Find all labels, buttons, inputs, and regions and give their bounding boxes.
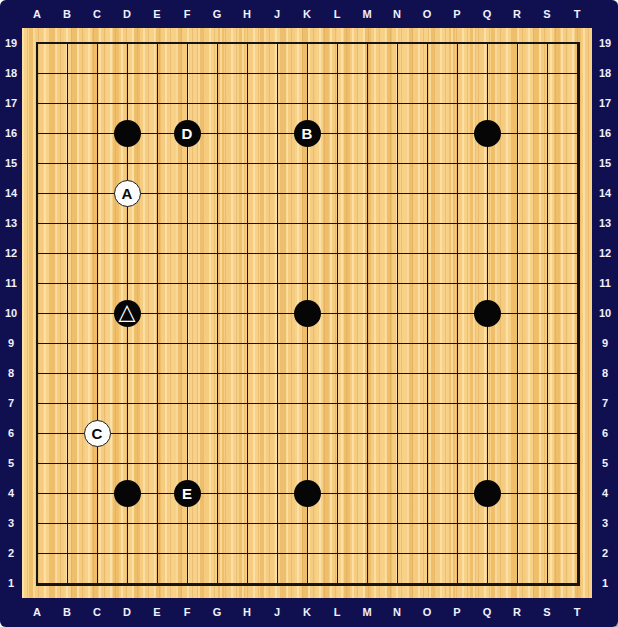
- coord-label-left-10: 10: [5, 308, 17, 319]
- coord-label-left-14: 14: [5, 188, 17, 199]
- stone-white-C6: C: [84, 420, 111, 447]
- coord-label-right-14: 14: [599, 188, 611, 199]
- coord-label-left-6: 6: [8, 428, 14, 439]
- triangle-marker-icon: △: [119, 301, 136, 323]
- coord-label-right-7: 7: [602, 398, 608, 409]
- coord-label-left-3: 3: [8, 518, 14, 529]
- coord-label-bottom-P: P: [453, 607, 460, 618]
- coord-label-top-K: K: [303, 9, 311, 20]
- go-diagram: ABCDEFGHJKLMNOPQRST ABCDEFGHJKLMNOPQRST …: [0, 0, 618, 627]
- coord-label-top-F: F: [184, 9, 191, 20]
- coord-label-left-2: 2: [8, 548, 14, 559]
- coord-label-top-T: T: [574, 9, 581, 20]
- coord-label-top-R: R: [513, 9, 521, 20]
- coord-label-top-Q: Q: [483, 9, 492, 20]
- coord-label-left-16: 16: [5, 128, 17, 139]
- coords-right: 19181716151413121110987654321: [592, 28, 618, 598]
- stone-label-D: D: [182, 125, 193, 141]
- coord-label-bottom-E: E: [153, 607, 160, 618]
- coord-label-top-E: E: [153, 9, 160, 20]
- coord-label-bottom-R: R: [513, 607, 521, 618]
- coord-label-top-C: C: [93, 9, 101, 20]
- stone-label-B: B: [302, 125, 313, 141]
- coord-label-top-O: O: [423, 9, 432, 20]
- coord-label-left-11: 11: [5, 278, 17, 289]
- coord-label-left-5: 5: [8, 458, 14, 469]
- coord-label-top-P: P: [453, 9, 460, 20]
- coord-label-left-18: 18: [5, 68, 17, 79]
- stone-label-E: E: [182, 485, 192, 501]
- stone-black-Q16: [474, 120, 501, 147]
- stone-black-D4: [114, 480, 141, 507]
- coord-label-bottom-K: K: [303, 607, 311, 618]
- coord-label-right-9: 9: [602, 338, 608, 349]
- stone-black-K4: [294, 480, 321, 507]
- coord-label-bottom-F: F: [184, 607, 191, 618]
- coord-label-right-10: 10: [599, 308, 611, 319]
- stone-black-K10: [294, 300, 321, 327]
- coords-left: 19181716151413121110987654321: [0, 28, 22, 598]
- coord-label-right-19: 19: [599, 38, 611, 49]
- coord-label-right-13: 13: [599, 218, 611, 229]
- coord-label-bottom-D: D: [123, 607, 131, 618]
- coord-label-bottom-S: S: [543, 607, 550, 618]
- coord-label-right-4: 4: [602, 488, 608, 499]
- stone-black-D10: △: [114, 300, 141, 327]
- coord-label-right-2: 2: [602, 548, 608, 559]
- stone-black-Q4: [474, 480, 501, 507]
- coord-label-bottom-C: C: [93, 607, 101, 618]
- coord-label-right-6: 6: [602, 428, 608, 439]
- coord-label-right-17: 17: [599, 98, 611, 109]
- coord-label-bottom-J: J: [274, 607, 280, 618]
- coord-label-right-11: 11: [599, 278, 611, 289]
- coord-label-bottom-B: B: [63, 607, 71, 618]
- coord-label-bottom-A: A: [33, 607, 41, 618]
- coord-label-bottom-Q: Q: [483, 607, 492, 618]
- board-grid: DBA△CE: [22, 28, 592, 598]
- coord-label-right-8: 8: [602, 368, 608, 379]
- coord-label-top-H: H: [243, 9, 251, 20]
- coord-label-left-17: 17: [5, 98, 17, 109]
- goban: DBA△CE: [22, 28, 592, 598]
- coord-label-bottom-M: M: [362, 607, 371, 618]
- stone-black-D16: [114, 120, 141, 147]
- coords-bottom: ABCDEFGHJKLMNOPQRST: [22, 598, 592, 627]
- coord-label-bottom-T: T: [574, 607, 581, 618]
- coord-label-top-N: N: [393, 9, 401, 20]
- coord-label-left-8: 8: [8, 368, 14, 379]
- stone-black-F4: E: [174, 480, 201, 507]
- coord-label-top-B: B: [63, 9, 71, 20]
- coord-label-left-7: 7: [8, 398, 14, 409]
- coord-label-left-1: 1: [8, 578, 14, 589]
- coord-label-bottom-G: G: [213, 607, 222, 618]
- coord-label-top-G: G: [213, 9, 222, 20]
- coord-label-top-D: D: [123, 9, 131, 20]
- stone-white-D14: A: [114, 180, 141, 207]
- coord-label-top-A: A: [33, 9, 41, 20]
- coord-label-top-M: M: [362, 9, 371, 20]
- coord-label-bottom-H: H: [243, 607, 251, 618]
- coord-label-right-16: 16: [599, 128, 611, 139]
- coord-label-right-15: 15: [599, 158, 611, 169]
- stone-label-A: A: [122, 185, 133, 201]
- coord-label-top-J: J: [274, 9, 280, 20]
- coord-label-left-4: 4: [8, 488, 14, 499]
- coord-label-bottom-L: L: [334, 607, 341, 618]
- coord-label-bottom-N: N: [393, 607, 401, 618]
- coords-top: ABCDEFGHJKLMNOPQRST: [22, 0, 592, 28]
- coord-label-right-18: 18: [599, 68, 611, 79]
- coord-label-right-12: 12: [599, 248, 611, 259]
- stone-black-F16: D: [174, 120, 201, 147]
- stone-label-C: C: [92, 425, 103, 441]
- coord-label-right-5: 5: [602, 458, 608, 469]
- coord-label-left-13: 13: [5, 218, 17, 229]
- coord-label-top-L: L: [334, 9, 341, 20]
- coord-label-right-3: 3: [602, 518, 608, 529]
- stone-black-Q10: [474, 300, 501, 327]
- coord-label-left-12: 12: [5, 248, 17, 259]
- stone-black-K16: B: [294, 120, 321, 147]
- coord-label-top-S: S: [543, 9, 550, 20]
- coord-label-right-1: 1: [602, 578, 608, 589]
- coord-label-left-15: 15: [5, 158, 17, 169]
- coord-label-bottom-O: O: [423, 607, 432, 618]
- coord-label-left-19: 19: [5, 38, 17, 49]
- coord-label-left-9: 9: [8, 338, 14, 349]
